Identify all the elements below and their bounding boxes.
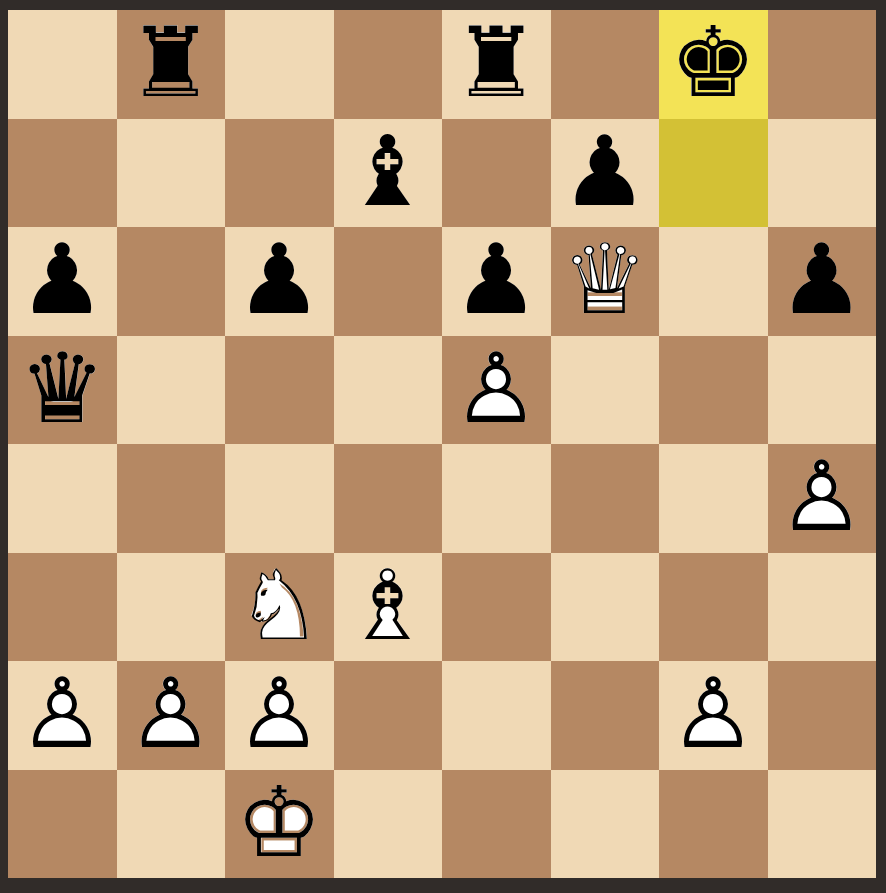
white-pawn[interactable]: ♟♙ <box>659 661 768 770</box>
square-g2[interactable]: ♟♙ <box>659 661 768 770</box>
square-f4[interactable] <box>551 444 660 553</box>
black-rook[interactable]: ♖♜ <box>442 10 551 119</box>
black-pawn[interactable]: ♙♟ <box>551 119 660 228</box>
square-h6[interactable]: ♙♟ <box>768 227 877 336</box>
rook-glyph-outline: ♜ <box>117 10 226 119</box>
square-g8[interactable]: ♔♚ <box>659 10 768 119</box>
square-e5[interactable]: ♟♙ <box>442 336 551 445</box>
knight-glyph-outline: ♘ <box>225 553 334 662</box>
square-e1[interactable] <box>442 770 551 879</box>
pawn-glyph-outline: ♙ <box>442 336 551 445</box>
square-c8[interactable] <box>225 10 334 119</box>
pawn-glyph-outline: ♟ <box>442 227 551 336</box>
king-glyph-outline: ♚ <box>659 10 768 119</box>
square-c1[interactable]: ♚♔ <box>225 770 334 879</box>
white-pawn[interactable]: ♟♙ <box>768 444 877 553</box>
queen-glyph-outline: ♛ <box>8 336 117 445</box>
square-h7[interactable] <box>768 119 877 228</box>
square-b1[interactable] <box>117 770 226 879</box>
square-d2[interactable] <box>334 661 443 770</box>
square-e4[interactable] <box>442 444 551 553</box>
square-b6[interactable] <box>117 227 226 336</box>
square-h1[interactable] <box>768 770 877 879</box>
chess-board: ♖♜♖♜♔♚♗♝♙♟♙♟♙♟♙♟♛♕♙♟♕♛♟♙♟♙♞♘♝♗♟♙♟♙♟♙♟♙♚♔ <box>8 10 876 878</box>
square-f3[interactable] <box>551 553 660 662</box>
bishop-glyph-outline: ♝ <box>334 119 443 228</box>
square-c6[interactable]: ♙♟ <box>225 227 334 336</box>
board-frame: ♖♜♖♜♔♚♗♝♙♟♙♟♙♟♙♟♛♕♙♟♕♛♟♙♟♙♞♘♝♗♟♙♟♙♟♙♟♙♚♔ <box>0 0 886 893</box>
square-b2[interactable]: ♟♙ <box>117 661 226 770</box>
square-b3[interactable] <box>117 553 226 662</box>
black-pawn[interactable]: ♙♟ <box>442 227 551 336</box>
white-pawn[interactable]: ♟♙ <box>225 661 334 770</box>
square-f1[interactable] <box>551 770 660 879</box>
pawn-glyph-outline: ♙ <box>659 661 768 770</box>
white-bishop[interactable]: ♝♗ <box>334 553 443 662</box>
pawn-glyph-outline: ♙ <box>225 661 334 770</box>
pawn-glyph-outline: ♙ <box>8 661 117 770</box>
square-b4[interactable] <box>117 444 226 553</box>
black-pawn[interactable]: ♙♟ <box>225 227 334 336</box>
black-bishop[interactable]: ♗♝ <box>334 119 443 228</box>
pawn-glyph-outline: ♟ <box>768 227 877 336</box>
square-d3[interactable]: ♝♗ <box>334 553 443 662</box>
square-e8[interactable]: ♖♜ <box>442 10 551 119</box>
square-g7[interactable] <box>659 119 768 228</box>
square-c3[interactable]: ♞♘ <box>225 553 334 662</box>
square-b8[interactable]: ♖♜ <box>117 10 226 119</box>
square-g6[interactable] <box>659 227 768 336</box>
square-d4[interactable] <box>334 444 443 553</box>
square-c7[interactable] <box>225 119 334 228</box>
square-a7[interactable] <box>8 119 117 228</box>
pawn-glyph-outline: ♟ <box>551 119 660 228</box>
square-a2[interactable]: ♟♙ <box>8 661 117 770</box>
square-e3[interactable] <box>442 553 551 662</box>
square-e2[interactable] <box>442 661 551 770</box>
square-d6[interactable] <box>334 227 443 336</box>
black-pawn[interactable]: ♙♟ <box>768 227 877 336</box>
square-c4[interactable] <box>225 444 334 553</box>
square-d8[interactable] <box>334 10 443 119</box>
square-f5[interactable] <box>551 336 660 445</box>
pawn-glyph-outline: ♙ <box>117 661 226 770</box>
square-d1[interactable] <box>334 770 443 879</box>
king-glyph-outline: ♔ <box>225 770 334 879</box>
square-f6[interactable]: ♛♕ <box>551 227 660 336</box>
square-h2[interactable] <box>768 661 877 770</box>
square-d7[interactable]: ♗♝ <box>334 119 443 228</box>
square-g1[interactable] <box>659 770 768 879</box>
pawn-glyph-outline: ♙ <box>768 444 877 553</box>
white-pawn[interactable]: ♟♙ <box>117 661 226 770</box>
pawn-glyph-outline: ♟ <box>225 227 334 336</box>
pawn-glyph-outline: ♟ <box>8 227 117 336</box>
square-h5[interactable] <box>768 336 877 445</box>
white-king[interactable]: ♚♔ <box>225 770 334 879</box>
square-f8[interactable] <box>551 10 660 119</box>
square-f7[interactable]: ♙♟ <box>551 119 660 228</box>
square-b5[interactable] <box>117 336 226 445</box>
square-a6[interactable]: ♙♟ <box>8 227 117 336</box>
square-h8[interactable] <box>768 10 877 119</box>
white-queen[interactable]: ♛♕ <box>551 227 660 336</box>
square-h4[interactable]: ♟♙ <box>768 444 877 553</box>
square-f2[interactable] <box>551 661 660 770</box>
square-a3[interactable] <box>8 553 117 662</box>
square-g3[interactable] <box>659 553 768 662</box>
square-a4[interactable] <box>8 444 117 553</box>
square-e6[interactable]: ♙♟ <box>442 227 551 336</box>
queen-glyph-outline: ♕ <box>551 227 660 336</box>
square-a8[interactable] <box>8 10 117 119</box>
black-pawn[interactable]: ♙♟ <box>8 227 117 336</box>
white-knight[interactable]: ♞♘ <box>225 553 334 662</box>
white-pawn[interactable]: ♟♙ <box>8 661 117 770</box>
square-g5[interactable] <box>659 336 768 445</box>
square-c5[interactable] <box>225 336 334 445</box>
square-a1[interactable] <box>8 770 117 879</box>
square-g4[interactable] <box>659 444 768 553</box>
square-a5[interactable]: ♕♛ <box>8 336 117 445</box>
square-c2[interactable]: ♟♙ <box>225 661 334 770</box>
bishop-glyph-outline: ♗ <box>334 553 443 662</box>
white-pawn[interactable]: ♟♙ <box>442 336 551 445</box>
rook-glyph-outline: ♜ <box>442 10 551 119</box>
square-e7[interactable] <box>442 119 551 228</box>
square-b7[interactable] <box>117 119 226 228</box>
black-king[interactable]: ♔♚ <box>659 10 768 119</box>
square-h3[interactable] <box>768 553 877 662</box>
square-d5[interactable] <box>334 336 443 445</box>
black-queen[interactable]: ♕♛ <box>8 336 117 445</box>
black-rook[interactable]: ♖♜ <box>117 10 226 119</box>
